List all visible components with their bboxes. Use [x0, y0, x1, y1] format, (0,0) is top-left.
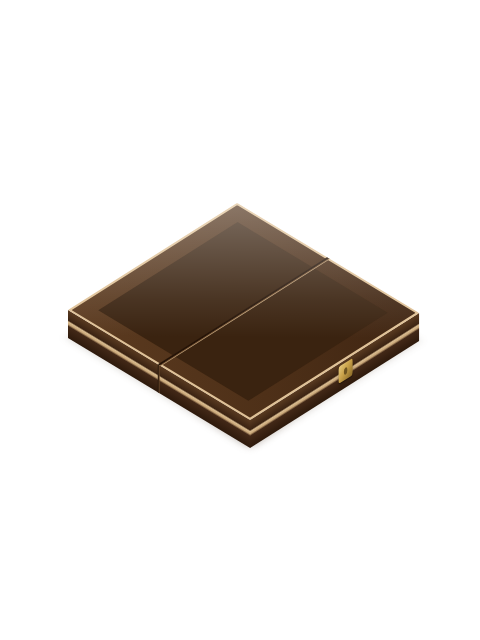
product-photo — [0, 0, 480, 640]
chess-board — [68, 203, 419, 420]
fold-seam-side — [158, 364, 160, 393]
